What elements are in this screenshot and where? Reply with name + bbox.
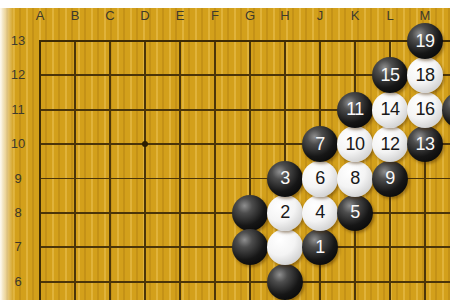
stone-black-G8[interactable] — [232, 195, 268, 231]
column-label-F: F — [203, 9, 227, 23]
stone-black-M10[interactable]: 13 — [407, 126, 443, 162]
move-number: 11 — [346, 99, 364, 120]
stone-black-K8[interactable]: 5 — [337, 195, 373, 231]
stone-white-L10[interactable]: 12 — [372, 126, 408, 162]
column-label-E: E — [168, 9, 192, 23]
column-label-B: B — [63, 9, 87, 23]
move-number: 10 — [345, 134, 364, 155]
column-label-A: A — [28, 9, 52, 23]
column-label-L: L — [378, 9, 402, 23]
stone-white-J9[interactable]: 6 — [302, 161, 338, 197]
column-label-C: C — [98, 9, 122, 23]
move-number: 16 — [415, 99, 434, 120]
column-label-G: G — [238, 9, 262, 23]
top-white-margin — [0, 0, 450, 8]
stone-white-H8[interactable]: 2 — [267, 195, 303, 231]
stone-white-M11[interactable]: 16 — [407, 92, 443, 128]
move-number: 15 — [380, 65, 399, 86]
move-number: 19 — [415, 31, 434, 52]
stone-white-L11[interactable]: 14 — [372, 92, 408, 128]
move-number: 14 — [380, 99, 399, 120]
stone-black-H6[interactable] — [267, 264, 303, 300]
move-number: 2 — [280, 202, 290, 223]
stone-black-K11[interactable]: 11 — [337, 92, 373, 128]
stone-white-K9[interactable]: 8 — [337, 161, 373, 197]
stone-white-K10[interactable]: 10 — [337, 126, 373, 162]
stone-white-M12[interactable]: 18 — [407, 57, 443, 93]
go-board[interactable]: 12345678910111213141516171819 — [23, 24, 450, 299]
stone-black-L9[interactable]: 9 — [372, 161, 408, 197]
stone-black-J7[interactable]: 1 — [302, 229, 338, 265]
stone-black-G7[interactable] — [232, 229, 268, 265]
go-diagram-page: ABCDEFGHJKLM 131211109876 12345678910111… — [0, 0, 450, 300]
stone-black-N11[interactable]: 17 — [442, 92, 450, 128]
move-number: 4 — [315, 202, 325, 223]
column-label-J: J — [308, 9, 332, 23]
move-number: 6 — [315, 168, 325, 189]
move-number: 1 — [315, 237, 325, 258]
move-number: 7 — [315, 134, 325, 155]
column-label-M: M — [413, 9, 437, 23]
stone-black-L12[interactable]: 15 — [372, 57, 408, 93]
stone-black-J10[interactable]: 7 — [302, 126, 338, 162]
column-label-H: H — [273, 9, 297, 23]
stone-white-H7[interactable] — [267, 229, 303, 265]
stone-black-H9[interactable]: 3 — [267, 161, 303, 197]
move-number: 13 — [415, 134, 434, 155]
move-number: 3 — [280, 168, 290, 189]
move-number: 12 — [380, 134, 399, 155]
move-number: 5 — [350, 202, 360, 223]
move-number: 8 — [350, 168, 360, 189]
stone-white-J8[interactable]: 4 — [302, 195, 338, 231]
column-label-K: K — [343, 9, 367, 23]
move-number: 9 — [385, 168, 395, 189]
move-number: 18 — [415, 65, 434, 86]
column-label-D: D — [133, 9, 157, 23]
stone-black-M13[interactable]: 19 — [407, 23, 443, 59]
